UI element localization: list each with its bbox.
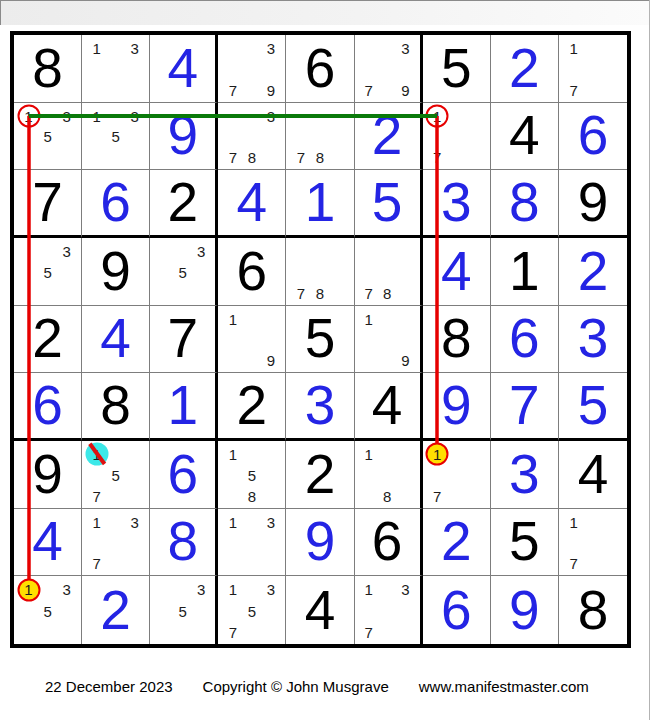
cell-r9c2[interactable]: 2: [82, 576, 150, 644]
window-toolbar-strip: [0, 0, 649, 25]
cell-r3c6[interactable]: 5: [355, 170, 423, 238]
solved-digit: 9: [491, 576, 558, 644]
given-digit: 8: [423, 306, 490, 373]
solved-digit: 3: [423, 170, 490, 235]
pencil-8: 8: [378, 283, 396, 304]
pencil-1: 1: [360, 579, 378, 600]
pencil-1-yellow-circle: 1: [19, 579, 38, 600]
given-digit: 8: [14, 35, 81, 102]
given-digit: 5: [286, 306, 353, 373]
given-digit: 2: [150, 170, 215, 235]
cell-r1c3[interactable]: 4: [150, 35, 218, 103]
cell-r9c3[interactable]: 35: [150, 576, 218, 644]
cell-r1c7[interactable]: 5: [423, 35, 491, 103]
cell-r2c1[interactable]: 135: [14, 103, 82, 171]
given-digit: 1: [491, 238, 558, 305]
pencil-5: 5: [38, 262, 57, 283]
cell-r3c1[interactable]: 7: [14, 170, 82, 238]
solved-digit: 1: [150, 373, 215, 438]
cell-r5c5[interactable]: 5: [286, 306, 354, 374]
cell-r4c2[interactable]: 9: [82, 238, 150, 306]
cell-r3c7[interactable]: 3: [423, 170, 491, 238]
pencil-marks: 135: [87, 106, 144, 169]
solved-digit: 6: [491, 306, 558, 373]
cell-r7c1[interactable]: 9: [14, 441, 82, 509]
pencil-1: 1: [87, 38, 106, 59]
solved-digit: 4: [14, 509, 81, 576]
cell-r6c3[interactable]: 1: [150, 373, 218, 441]
pencil-marks: 379: [223, 38, 280, 101]
cell-r2c3[interactable]: 9: [150, 103, 218, 171]
cell-r8c6[interactable]: 6: [355, 509, 423, 577]
solved-digit: 9: [286, 509, 353, 576]
cell-r4c1[interactable]: 35: [14, 238, 82, 306]
pencil-5: 5: [242, 465, 261, 486]
cell-r2c9[interactable]: 6: [559, 103, 627, 171]
cell-r2c4[interactable]: 378: [218, 103, 286, 171]
cell-r7c9[interactable]: 4: [559, 441, 627, 509]
cell-r6c2[interactable]: 8: [82, 373, 150, 441]
pencil-8: 8: [310, 283, 329, 304]
cell-r2c2[interactable]: 135: [82, 103, 150, 171]
pencil-9: 9: [396, 350, 414, 371]
pencil-7: 7: [87, 486, 106, 507]
given-digit: 5: [423, 35, 490, 102]
pencil-5: 5: [106, 127, 125, 148]
solved-digit: 6: [82, 170, 149, 235]
pencil-3: 3: [192, 241, 210, 262]
pencil-1: 1: [87, 512, 106, 533]
pencil-5: 5: [38, 127, 57, 148]
given-digit: 6: [286, 35, 353, 102]
cell-r9c7[interactable]: 6: [423, 576, 491, 644]
pencil-marks: 19: [223, 309, 280, 372]
pencil-3: 3: [57, 106, 76, 127]
given-digit: 2: [14, 306, 81, 373]
given-digit: 6: [355, 509, 420, 576]
solved-digit: 4: [150, 35, 215, 102]
given-digit: 6: [218, 238, 285, 305]
pencil-8: 8: [242, 147, 261, 168]
pencil-marks: 17: [428, 444, 485, 507]
pencil-marks: 78: [291, 241, 348, 304]
cell-r8c3[interactable]: 8: [150, 509, 218, 577]
sudoku-page: 8134379637952171351359378782174676241538…: [0, 0, 650, 720]
pencil-marks: 157: [87, 444, 144, 507]
pencil-9: 9: [261, 350, 280, 371]
pencil-1-yellow-circle: 1: [428, 444, 447, 465]
pencil-marks: 19: [360, 309, 415, 372]
cell-r7c3[interactable]: 6: [150, 441, 218, 509]
cell-r9c5[interactable]: 4: [286, 576, 354, 644]
solved-digit: 5: [355, 170, 420, 235]
cell-r6c4[interactable]: 2: [218, 373, 286, 441]
given-digit: 7: [14, 170, 81, 235]
pencil-marks: 379: [360, 38, 415, 101]
pencil-3: 3: [192, 579, 210, 600]
given-digit: 4: [559, 441, 627, 508]
given-digit: 2: [286, 441, 353, 508]
cell-r6c6[interactable]: 4: [355, 373, 423, 441]
pencil-7: 7: [291, 147, 310, 168]
cell-r3c3[interactable]: 2: [150, 170, 218, 238]
pencil-marks: 35: [155, 579, 210, 643]
pencil-1: 1: [223, 309, 242, 330]
pencil-1: 1: [223, 579, 242, 600]
given-digit: 4: [286, 576, 353, 644]
cell-r4c3[interactable]: 35: [150, 238, 218, 306]
pencil-marks: 18: [360, 444, 415, 507]
pencil-7: 7: [564, 80, 583, 101]
cell-r8c4[interactable]: 13: [218, 509, 286, 577]
pencil-5: 5: [242, 601, 261, 622]
pencil-marks: 17: [564, 38, 622, 101]
pencil-9: 9: [261, 80, 280, 101]
cell-r1c6[interactable]: 379: [355, 35, 423, 103]
cell-r4c7[interactable]: 4: [423, 238, 491, 306]
pencil-1: 1: [360, 444, 378, 465]
solved-digit: 9: [150, 103, 215, 170]
pencil-marks: 17: [428, 106, 485, 169]
solved-digit: 6: [559, 103, 627, 170]
pencil-3: 3: [396, 579, 414, 600]
solved-digit: 4: [218, 170, 285, 235]
pencil-marks: 35: [19, 241, 76, 304]
pencil-7: 7: [87, 553, 106, 574]
given-digit: 9: [559, 170, 627, 235]
pencil-marks: 78: [360, 241, 415, 304]
pencil-3: 3: [125, 38, 144, 59]
cell-r9c6[interactable]: 137: [355, 576, 423, 644]
solved-digit: 1: [286, 170, 353, 235]
cell-r8c9[interactable]: 17: [559, 509, 627, 577]
cell-r1c9[interactable]: 17: [559, 35, 627, 103]
cell-r4c9[interactable]: 2: [559, 238, 627, 306]
pencil-marks: 13: [223, 512, 280, 575]
pencil-7: 7: [564, 553, 583, 574]
pencil-1-cyan-slash: 1: [87, 444, 106, 465]
cell-r7c8[interactable]: 3: [491, 441, 559, 509]
cell-r4c4[interactable]: 6: [218, 238, 286, 306]
cell-r1c4[interactable]: 379: [218, 35, 286, 103]
pencil-7: 7: [428, 486, 447, 507]
footer-copyright: Copyright © John Musgrave: [203, 678, 389, 695]
given-digit: 8: [559, 576, 627, 644]
pencil-7: 7: [223, 80, 242, 101]
pencil-3: 3: [125, 106, 144, 127]
cell-r9c1[interactable]: 135: [14, 576, 82, 644]
cell-r3c8[interactable]: 8: [491, 170, 559, 238]
pencil-3: 3: [261, 512, 280, 533]
cell-r5c4[interactable]: 19: [218, 306, 286, 374]
cell-r5c7[interactable]: 8: [423, 306, 491, 374]
pencil-1: 1: [564, 38, 583, 59]
pencil-3: 3: [396, 38, 414, 59]
solved-digit: 5: [559, 373, 627, 438]
footer: 22 December 2023Copyright © John Musgrav…: [45, 678, 589, 695]
solved-digit: 2: [559, 238, 627, 305]
solved-digit: 3: [286, 373, 353, 438]
solved-digit: 2: [355, 103, 420, 170]
pencil-5: 5: [174, 601, 192, 622]
cell-r5c2[interactable]: 4: [82, 306, 150, 374]
given-digit: 5: [491, 509, 558, 576]
solved-digit: 8: [150, 509, 215, 576]
solved-digit: 8: [491, 170, 558, 235]
sudoku-board[interactable]: 8134379637952171351359378782174676241538…: [10, 31, 631, 648]
given-digit: 2: [218, 373, 285, 438]
cell-r5c9[interactable]: 3: [559, 306, 627, 374]
pencil-1: 1: [223, 444, 242, 465]
cell-r8c1[interactable]: 4: [14, 509, 82, 577]
pencil-marks: 135: [19, 579, 76, 643]
pencil-5: 5: [106, 465, 125, 486]
pencil-8: 8: [242, 486, 261, 507]
pencil-3: 3: [125, 512, 144, 533]
pencil-marks: 78: [291, 106, 348, 169]
cell-r8c2[interactable]: 137: [82, 509, 150, 577]
cell-r7c6[interactable]: 18: [355, 441, 423, 509]
pencil-marks: 135: [19, 106, 76, 169]
given-digit: 8: [82, 373, 149, 438]
cell-r4c8[interactable]: 1: [491, 238, 559, 306]
pencil-marks: 17: [564, 512, 622, 575]
pencil-7: 7: [223, 147, 242, 168]
pencil-7: 7: [360, 283, 378, 304]
cell-r5c3[interactable]: 7: [150, 306, 218, 374]
pencil-7: 7: [360, 80, 378, 101]
pencil-marks: 158: [223, 444, 280, 507]
pencil-5: 5: [38, 601, 57, 622]
cell-r3c9[interactable]: 9: [559, 170, 627, 238]
pencil-1: 1: [223, 512, 242, 533]
cell-r6c9[interactable]: 5: [559, 373, 627, 441]
cell-r6c1[interactable]: 6: [14, 373, 82, 441]
solved-digit: 6: [150, 441, 215, 508]
cell-r2c7[interactable]: 17: [423, 103, 491, 171]
given-digit: 9: [14, 441, 81, 508]
given-digit: 7: [150, 306, 215, 373]
solved-digit: 3: [491, 441, 558, 508]
pencil-1: 1: [360, 309, 378, 330]
pencil-3: 3: [261, 106, 280, 127]
cell-r2c5[interactable]: 78: [286, 103, 354, 171]
cell-r7c2[interactable]: 157: [82, 441, 150, 509]
pencil-marks: 35: [155, 241, 210, 304]
cell-r2c6[interactable]: 2: [355, 103, 423, 171]
cell-r8c8[interactable]: 5: [491, 509, 559, 577]
given-digit: 9: [82, 238, 149, 305]
cell-r9c4[interactable]: 1357: [218, 576, 286, 644]
solved-digit: 2: [423, 509, 490, 576]
pencil-3: 3: [261, 38, 280, 59]
cell-r7c5[interactable]: 2: [286, 441, 354, 509]
pencil-marks: 137: [360, 579, 415, 643]
cell-r7c4[interactable]: 158: [218, 441, 286, 509]
pencil-1: 1: [564, 512, 583, 533]
footer-website: www.manifestmaster.com: [419, 678, 589, 695]
cell-r3c4[interactable]: 4: [218, 170, 286, 238]
cell-r8c7[interactable]: 2: [423, 509, 491, 577]
cell-r6c8[interactable]: 7: [491, 373, 559, 441]
solved-digit: 2: [82, 576, 149, 644]
cell-r7c7[interactable]: 17: [423, 441, 491, 509]
cell-r4c6[interactable]: 78: [355, 238, 423, 306]
solved-digit: 6: [423, 576, 490, 644]
solved-digit: 7: [491, 373, 558, 438]
cell-r3c5[interactable]: 1: [286, 170, 354, 238]
solved-digit: 6: [14, 373, 81, 438]
solved-digit: 4: [423, 238, 490, 305]
solved-digit: 3: [559, 306, 627, 373]
pencil-3: 3: [261, 579, 280, 600]
pencil-3: 3: [57, 579, 76, 600]
pencil-7: 7: [428, 147, 447, 168]
cell-r6c7[interactable]: 9: [423, 373, 491, 441]
pencil-marks: 13: [87, 38, 144, 101]
footer-date: 22 December 2023: [45, 678, 173, 695]
given-digit: 4: [355, 373, 420, 438]
cell-r1c8[interactable]: 2: [491, 35, 559, 103]
pencil-marks: 1357: [223, 579, 280, 643]
cell-r2c8[interactable]: 4: [491, 103, 559, 171]
cell-r5c1[interactable]: 2: [14, 306, 82, 374]
cell-r4c5[interactable]: 78: [286, 238, 354, 306]
pencil-marks: 137: [87, 512, 144, 575]
cell-r5c8[interactable]: 6: [491, 306, 559, 374]
solved-digit: 4: [82, 306, 149, 373]
pencil-7: 7: [360, 622, 378, 643]
pencil-8: 8: [378, 486, 396, 507]
solved-digit: 2: [491, 35, 558, 102]
cell-r8c5[interactable]: 9: [286, 509, 354, 577]
pencil-8: 8: [310, 147, 329, 168]
pencil-9: 9: [396, 80, 414, 101]
cell-r3c2[interactable]: 6: [82, 170, 150, 238]
cell-r9c8[interactable]: 9: [491, 576, 559, 644]
pencil-7: 7: [223, 622, 242, 643]
solved-digit: 9: [423, 373, 490, 438]
pencil-3: 3: [57, 241, 76, 262]
cell-r9c9[interactable]: 8: [559, 576, 627, 644]
cell-r1c2[interactable]: 13: [82, 35, 150, 103]
given-digit: 4: [491, 103, 558, 170]
pencil-1-red-circle: 1: [428, 106, 447, 127]
pencil-1-red-circle: 1: [19, 106, 38, 127]
cell-r5c6[interactable]: 19: [355, 306, 423, 374]
cell-r1c5[interactable]: 6: [286, 35, 354, 103]
cell-r6c5[interactable]: 3: [286, 373, 354, 441]
pencil-7: 7: [291, 283, 310, 304]
cell-r1c1[interactable]: 8: [14, 35, 82, 103]
pencil-5: 5: [174, 262, 192, 283]
pencil-marks: 378: [223, 106, 280, 169]
pencil-1: 1: [87, 106, 106, 127]
